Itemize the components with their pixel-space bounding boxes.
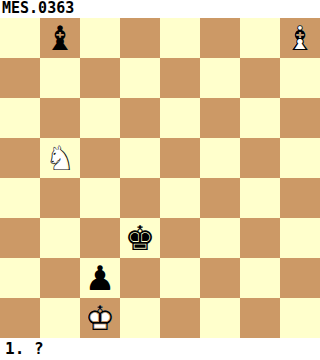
white-bishop: ♗ [280, 18, 320, 58]
puzzle-title: MES.0363 [0, 0, 320, 18]
square-g3[interactable] [240, 218, 280, 258]
square-f4[interactable] [200, 178, 240, 218]
square-g5[interactable] [240, 138, 280, 178]
white-bishop-fill: ♝ [280, 18, 320, 58]
square-a3[interactable] [0, 218, 40, 258]
square-c6[interactable] [80, 98, 120, 138]
square-a7[interactable] [0, 58, 40, 98]
square-a2[interactable] [0, 258, 40, 298]
white-knight: ♘ [40, 138, 80, 178]
square-a5[interactable] [0, 138, 40, 178]
square-a4[interactable] [0, 178, 40, 218]
square-d3[interactable]: ♚ [120, 218, 160, 258]
square-d8[interactable] [120, 18, 160, 58]
square-c8[interactable] [80, 18, 120, 58]
square-a6[interactable] [0, 98, 40, 138]
chess-puzzle-app: MES.0363 ♝♝♗♞♘♚♟♚♔ 1. ? [0, 0, 320, 360]
square-b3[interactable] [40, 218, 80, 258]
square-g2[interactable] [240, 258, 280, 298]
square-h1[interactable] [280, 298, 320, 338]
square-f3[interactable] [200, 218, 240, 258]
square-g8[interactable] [240, 18, 280, 58]
white-knight-fill: ♞ [40, 138, 80, 178]
white-king-fill: ♚ [80, 298, 120, 338]
square-g7[interactable] [240, 58, 280, 98]
square-d4[interactable] [120, 178, 160, 218]
square-d1[interactable] [120, 298, 160, 338]
square-e2[interactable] [160, 258, 200, 298]
square-f8[interactable] [200, 18, 240, 58]
square-b5[interactable]: ♞♘ [40, 138, 80, 178]
square-b6[interactable] [40, 98, 80, 138]
square-c5[interactable] [80, 138, 120, 178]
square-c7[interactable] [80, 58, 120, 98]
square-h3[interactable] [280, 218, 320, 258]
square-h6[interactable] [280, 98, 320, 138]
square-f1[interactable] [200, 298, 240, 338]
square-b8[interactable]: ♝ [40, 18, 80, 58]
square-c2[interactable]: ♟ [80, 258, 120, 298]
square-b2[interactable] [40, 258, 80, 298]
square-h5[interactable] [280, 138, 320, 178]
square-g4[interactable] [240, 178, 280, 218]
square-b7[interactable] [40, 58, 80, 98]
square-d7[interactable] [120, 58, 160, 98]
square-f7[interactable] [200, 58, 240, 98]
square-b1[interactable] [40, 298, 80, 338]
black-bishop: ♝ [40, 18, 80, 58]
square-a8[interactable] [0, 18, 40, 58]
square-e8[interactable] [160, 18, 200, 58]
square-h2[interactable] [280, 258, 320, 298]
square-a1[interactable] [0, 298, 40, 338]
square-b4[interactable] [40, 178, 80, 218]
square-c1[interactable]: ♚♔ [80, 298, 120, 338]
square-g1[interactable] [240, 298, 280, 338]
square-e5[interactable] [160, 138, 200, 178]
black-king: ♚ [120, 218, 160, 258]
black-pawn: ♟ [80, 258, 120, 298]
square-h4[interactable] [280, 178, 320, 218]
square-e6[interactable] [160, 98, 200, 138]
square-f5[interactable] [200, 138, 240, 178]
square-e1[interactable] [160, 298, 200, 338]
move-prompt: 1. ? [0, 338, 320, 360]
square-f2[interactable] [200, 258, 240, 298]
square-d5[interactable] [120, 138, 160, 178]
square-h7[interactable] [280, 58, 320, 98]
square-d6[interactable] [120, 98, 160, 138]
square-f6[interactable] [200, 98, 240, 138]
square-h8[interactable]: ♝♗ [280, 18, 320, 58]
chess-board: ♝♝♗♞♘♚♟♚♔ [0, 18, 320, 338]
square-d2[interactable] [120, 258, 160, 298]
square-g6[interactable] [240, 98, 280, 138]
square-c4[interactable] [80, 178, 120, 218]
square-c3[interactable] [80, 218, 120, 258]
square-e4[interactable] [160, 178, 200, 218]
square-e3[interactable] [160, 218, 200, 258]
white-king: ♔ [80, 298, 120, 338]
square-e7[interactable] [160, 58, 200, 98]
